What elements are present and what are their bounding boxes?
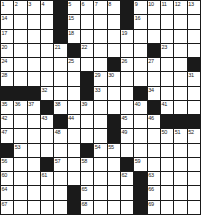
grid-cell[interactable] [108, 201, 120, 214]
grid-cell[interactable]: 8 [108, 1, 120, 14]
black-cell [188, 115, 200, 128]
black-cell [134, 201, 146, 214]
black-cell [81, 87, 93, 100]
grid-cell[interactable] [41, 30, 53, 43]
grid-cell[interactable]: 46 [148, 115, 160, 128]
grid-cell[interactable]: 22 [81, 44, 93, 57]
grid-cell[interactable]: 44 [68, 115, 80, 128]
grid-cell[interactable] [161, 30, 173, 43]
grid-cell[interactable]: 58 [81, 158, 93, 171]
grid-cell[interactable] [134, 129, 146, 142]
grid-cell[interactable]: 12 [174, 1, 186, 14]
grid-cell[interactable] [14, 44, 26, 57]
grid-cell[interactable]: 45 [121, 115, 133, 128]
grid-cell[interactable] [41, 201, 53, 214]
grid-cell[interactable] [134, 44, 146, 57]
grid-cell[interactable] [134, 30, 146, 43]
clue-number: 1 [2, 1, 5, 7]
grid-cell[interactable] [174, 158, 186, 171]
grid-cell[interactable] [174, 101, 186, 114]
grid-cell[interactable] [148, 158, 160, 171]
grid-cell[interactable] [188, 158, 200, 171]
grid-cell[interactable]: 10 [148, 1, 160, 14]
clue-number: 46 [148, 115, 154, 121]
clue-number: 56 [2, 158, 8, 164]
clue-number: 17 [2, 30, 8, 36]
grid-cell[interactable] [28, 158, 40, 171]
grid-cell[interactable] [94, 30, 106, 43]
grid-cell[interactable]: 3 [28, 1, 40, 14]
black-cell [68, 201, 80, 214]
grid-cell[interactable] [81, 15, 93, 28]
black-cell [54, 115, 66, 128]
grid-cell[interactable] [108, 186, 120, 199]
grid-cell[interactable] [174, 30, 186, 43]
grid-cell[interactable] [161, 172, 173, 185]
grid-cell[interactable] [41, 144, 53, 157]
grid-cell[interactable]: 16 [134, 15, 146, 28]
grid-cell[interactable] [94, 15, 106, 28]
clue-number: 62 [121, 172, 127, 178]
clue-number: 14 [2, 15, 8, 21]
grid-cell[interactable] [68, 129, 80, 142]
grid-cell[interactable] [161, 87, 173, 100]
clue-number: 44 [68, 115, 74, 121]
grid-cell[interactable]: 18 [68, 30, 80, 43]
grid-cell[interactable] [94, 44, 106, 57]
grid-cell[interactable]: 49 [121, 129, 133, 142]
grid-cell[interactable] [54, 172, 66, 185]
clue-number: 38 [55, 101, 61, 107]
grid-cell[interactable] [148, 129, 160, 142]
grid-cell[interactable]: 63 [148, 172, 160, 185]
grid-cell[interactable] [28, 30, 40, 43]
grid-cell[interactable] [41, 58, 53, 71]
clue-number: 37 [28, 101, 34, 107]
black-cell [68, 44, 80, 57]
grid-cell[interactable]: 1 [1, 1, 13, 14]
black-cell [174, 115, 186, 128]
grid-cell[interactable] [54, 144, 66, 157]
black-cell [108, 129, 120, 142]
grid-cell[interactable]: 38 [54, 101, 66, 114]
grid-cell[interactable]: 9 [134, 1, 146, 14]
grid-cell[interactable] [174, 58, 186, 71]
clue-number: 28 [2, 72, 8, 78]
grid-cell[interactable] [121, 186, 133, 199]
grid-cell[interactable] [174, 72, 186, 85]
clue-number: 45 [121, 115, 127, 121]
black-cell [81, 144, 93, 157]
clue-number: 58 [81, 158, 87, 164]
grid-cell[interactable] [148, 15, 160, 28]
clue-number: 33 [95, 87, 101, 93]
grid-cell[interactable] [81, 58, 93, 71]
clue-number: 67 [2, 201, 8, 207]
grid-cell[interactable] [108, 87, 120, 100]
grid-cell[interactable] [174, 201, 186, 214]
grid-cell[interactable] [14, 172, 26, 185]
grid-cell[interactable]: 41 [161, 101, 173, 114]
grid-cell[interactable] [174, 144, 186, 157]
grid-cell[interactable] [94, 186, 106, 199]
clue-number: 60 [2, 172, 8, 178]
black-cell [14, 87, 26, 100]
black-cell [108, 115, 120, 128]
black-cell [134, 172, 146, 185]
grid-cell[interactable]: 62 [121, 172, 133, 185]
clue-number: 11 [161, 1, 166, 7]
grid-cell[interactable] [81, 30, 93, 43]
grid-cell[interactable]: 33 [94, 87, 106, 100]
clue-number: 69 [148, 201, 154, 207]
clue-number: 41 [161, 101, 167, 107]
grid-cell[interactable]: 34 [148, 87, 160, 100]
grid-cell[interactable] [188, 15, 200, 28]
grid-cell[interactable] [14, 115, 26, 128]
grid-cell[interactable] [188, 101, 200, 114]
grid-cell[interactable] [188, 30, 200, 43]
grid-cell[interactable] [41, 129, 53, 142]
clue-number: 19 [121, 30, 127, 36]
grid-cell[interactable]: 51 [174, 129, 186, 142]
clue-number: 27 [148, 58, 154, 64]
clue-number: 26 [121, 58, 127, 64]
grid-cell[interactable] [148, 144, 160, 157]
grid-cell[interactable] [188, 201, 200, 214]
grid-cell[interactable]: 20 [1, 44, 13, 57]
grid-cell[interactable]: 4 [41, 1, 53, 14]
grid-cell[interactable] [41, 15, 53, 28]
black-cell [121, 158, 133, 171]
grid-cell[interactable]: 65 [81, 186, 93, 199]
clue-number: 55 [108, 144, 114, 150]
clue-number: 64 [2, 186, 8, 192]
black-cell [148, 44, 160, 57]
black-cell [41, 158, 53, 171]
clue-number: 49 [121, 129, 127, 135]
clue-number: 9 [135, 1, 138, 7]
black-cell [68, 186, 80, 199]
grid-cell[interactable] [81, 129, 93, 142]
grid-cell[interactable]: 35 [1, 101, 13, 114]
grid-cell[interactable] [188, 144, 200, 157]
grid-cell[interactable]: 52 [188, 129, 200, 142]
grid-cell[interactable]: 59 [134, 158, 146, 171]
grid-cell[interactable]: 37 [28, 101, 40, 114]
clue-number: 8 [108, 1, 111, 7]
grid-cell[interactable]: 23 [161, 44, 173, 57]
clue-number: 13 [188, 1, 194, 7]
clue-number: 24 [2, 58, 8, 64]
grid-cell[interactable] [108, 158, 120, 171]
grid-cell[interactable] [108, 30, 120, 43]
grid-cell[interactable] [28, 144, 40, 157]
grid-cell[interactable] [174, 15, 186, 28]
black-cell [54, 1, 66, 14]
grid-cell[interactable]: 32 [41, 87, 53, 100]
grid-cell[interactable]: 29 [94, 72, 106, 85]
grid-cell[interactable] [54, 72, 66, 85]
grid-cell[interactable]: 66 [148, 186, 160, 199]
grid-cell[interactable]: 43 [41, 115, 53, 128]
grid-cell[interactable] [41, 72, 53, 85]
clue-number: 51 [175, 129, 181, 135]
grid-cell[interactable] [28, 186, 40, 199]
grid-cell[interactable] [14, 158, 26, 171]
grid-cell[interactable] [94, 115, 106, 128]
grid-cell[interactable]: 31 [188, 72, 200, 85]
grid-cell[interactable] [121, 201, 133, 214]
black-cell [54, 30, 66, 43]
grid-cell[interactable] [41, 44, 53, 57]
clue-number: 12 [175, 1, 181, 7]
clue-number: 52 [188, 129, 194, 135]
grid-cell[interactable] [14, 186, 26, 199]
clue-number: 21 [55, 44, 61, 50]
grid-cell[interactable]: 39 [81, 101, 93, 114]
grid-cell[interactable] [28, 129, 40, 142]
black-cell [134, 87, 146, 100]
grid-cell[interactable]: 30 [108, 72, 120, 85]
clue-number: 48 [55, 129, 61, 135]
grid-cell[interactable] [188, 186, 200, 199]
grid-cell[interactable]: 57 [54, 158, 66, 171]
grid-cell[interactable] [54, 201, 66, 214]
grid-cell[interactable]: 69 [148, 201, 160, 214]
grid-cell[interactable]: 36 [14, 101, 26, 114]
grid-cell[interactable] [54, 58, 66, 71]
crossword-grid: 1234567891011121314151617181920212223242… [0, 0, 201, 215]
clue-number: 50 [161, 129, 167, 135]
grid-cell[interactable] [28, 15, 40, 28]
crossword-puzzle: 1234567891011121314151617181920212223242… [0, 0, 201, 215]
grid-cell[interactable] [94, 101, 106, 114]
grid-cell[interactable]: 28 [1, 72, 13, 85]
grid-cell[interactable] [14, 201, 26, 214]
clue-number: 53 [15, 144, 21, 150]
grid-cell[interactable] [81, 115, 93, 128]
grid-cell[interactable]: 2 [14, 1, 26, 14]
black-cell [161, 115, 173, 128]
grid-cell[interactable] [54, 186, 66, 199]
grid-cell[interactable] [108, 101, 120, 114]
clue-number: 30 [108, 72, 114, 78]
grid-cell[interactable] [108, 44, 120, 57]
grid-cell[interactable] [68, 144, 80, 157]
black-cell [81, 72, 93, 85]
grid-cell[interactable]: 17 [1, 30, 13, 43]
black-cell [1, 87, 13, 100]
grid-cell[interactable] [134, 144, 146, 157]
grid-cell[interactable] [174, 172, 186, 185]
grid-cell[interactable] [161, 144, 173, 157]
grid-cell[interactable] [28, 58, 40, 71]
clue-number: 68 [81, 201, 87, 207]
grid-cell[interactable] [68, 158, 80, 171]
grid-cell[interactable]: 15 [68, 15, 80, 28]
grid-cell[interactable] [68, 87, 80, 100]
clue-number: 35 [2, 101, 8, 107]
clue-number: 31 [188, 72, 194, 78]
grid-cell[interactable] [134, 115, 146, 128]
clue-number: 63 [148, 172, 154, 178]
grid-cell[interactable] [161, 158, 173, 171]
clue-number: 4 [41, 1, 44, 7]
grid-cell[interactable] [68, 101, 80, 114]
clue-number: 40 [135, 101, 141, 107]
grid-cell[interactable] [28, 115, 40, 128]
grid-cell[interactable] [68, 172, 80, 185]
clue-number: 7 [95, 1, 98, 7]
grid-cell[interactable] [121, 87, 133, 100]
grid-cell[interactable]: 53 [14, 144, 26, 157]
clue-number: 15 [68, 15, 74, 21]
clue-number: 29 [95, 72, 101, 78]
clue-number: 66 [148, 186, 154, 192]
grid-cell[interactable] [28, 72, 40, 85]
grid-cell[interactable]: 25 [68, 58, 80, 71]
clue-number: 3 [28, 1, 31, 7]
grid-cell[interactable] [28, 172, 40, 185]
clue-number: 23 [161, 44, 167, 50]
grid-cell[interactable]: 21 [54, 44, 66, 57]
clue-number: 42 [2, 115, 8, 121]
grid-cell[interactable] [94, 129, 106, 142]
grid-cell[interactable] [121, 72, 133, 85]
grid-cell[interactable]: 54 [94, 144, 106, 157]
grid-cell[interactable]: 6 [81, 1, 93, 14]
black-cell [121, 15, 133, 28]
grid-cell[interactable] [94, 58, 106, 71]
grid-cell[interactable] [14, 129, 26, 142]
clue-number: 57 [55, 158, 61, 164]
grid-cell[interactable] [148, 72, 160, 85]
grid-cell[interactable]: 68 [81, 201, 93, 214]
grid-cell[interactable] [161, 15, 173, 28]
grid-cell[interactable]: 7 [94, 1, 106, 14]
grid-cell[interactable] [188, 172, 200, 185]
grid-cell[interactable] [174, 87, 186, 100]
clue-number: 65 [81, 186, 87, 192]
clue-number: 20 [2, 44, 8, 50]
grid-cell[interactable] [41, 186, 53, 199]
grid-cell[interactable] [81, 172, 93, 185]
grid-cell[interactable] [161, 72, 173, 85]
grid-cell[interactable]: 47 [1, 129, 13, 142]
black-cell [1, 144, 13, 157]
grid-cell[interactable]: 56 [1, 158, 13, 171]
clue-number: 10 [148, 1, 154, 7]
grid-cell[interactable] [68, 72, 80, 85]
grid-cell[interactable]: 61 [41, 172, 53, 185]
clue-number: 34 [148, 87, 154, 93]
black-cell [134, 186, 146, 199]
clue-number: 59 [135, 158, 141, 164]
clue-number: 25 [68, 58, 74, 64]
grid-cell[interactable]: 26 [121, 58, 133, 71]
grid-cell[interactable] [121, 101, 133, 114]
clue-number: 32 [41, 87, 47, 93]
grid-cell[interactable] [174, 44, 186, 57]
grid-cell[interactable] [94, 201, 106, 214]
grid-cell[interactable] [188, 44, 200, 57]
clue-number: 61 [41, 172, 47, 178]
black-cell [108, 58, 120, 71]
grid-cell[interactable] [121, 144, 133, 157]
grid-cell[interactable] [28, 201, 40, 214]
grid-cell[interactable] [94, 158, 106, 171]
grid-cell[interactable] [161, 201, 173, 214]
clue-number: 22 [81, 44, 87, 50]
grid-cell[interactable]: 55 [108, 144, 120, 157]
black-cell [121, 1, 133, 14]
grid-cell[interactable] [14, 58, 26, 71]
black-cell [41, 101, 53, 114]
grid-cell[interactable] [174, 186, 186, 199]
clue-number: 39 [81, 101, 87, 107]
grid-cell[interactable] [148, 30, 160, 43]
grid-cell[interactable] [121, 44, 133, 57]
black-cell [148, 101, 160, 114]
black-cell [54, 15, 66, 28]
clue-number: 6 [81, 1, 84, 7]
grid-cell[interactable] [134, 72, 146, 85]
grid-cell[interactable]: 5 [68, 1, 80, 14]
grid-cell[interactable] [134, 58, 146, 71]
grid-cell[interactable]: 50 [161, 129, 173, 142]
grid-cell[interactable]: 64 [1, 186, 13, 199]
clue-number: 2 [15, 1, 18, 7]
grid-cell[interactable] [108, 172, 120, 185]
grid-cell[interactable]: 19 [121, 30, 133, 43]
grid-cell[interactable] [94, 172, 106, 185]
clue-number: 47 [2, 129, 8, 135]
grid-cell[interactable] [108, 15, 120, 28]
grid-cell[interactable] [14, 30, 26, 43]
grid-cell[interactable]: 24 [1, 58, 13, 71]
grid-cell[interactable]: 13 [188, 1, 200, 14]
grid-cell[interactable]: 27 [148, 58, 160, 71]
grid-cell[interactable] [188, 87, 200, 100]
black-cell [28, 87, 40, 100]
grid-cell[interactable] [54, 87, 66, 100]
grid-cell[interactable] [161, 58, 173, 71]
grid-cell[interactable]: 11 [161, 1, 173, 14]
grid-cell[interactable] [28, 44, 40, 57]
clue-number: 18 [68, 30, 74, 36]
black-cell [188, 58, 200, 71]
clue-number: 36 [15, 101, 21, 107]
grid-cell[interactable]: 67 [1, 201, 13, 214]
grid-cell[interactable] [14, 72, 26, 85]
grid-cell[interactable]: 14 [1, 15, 13, 28]
grid-cell[interactable] [14, 15, 26, 28]
clue-number: 16 [135, 15, 141, 21]
clue-number: 54 [95, 144, 101, 150]
grid-cell[interactable]: 40 [134, 101, 146, 114]
grid-cell[interactable] [161, 186, 173, 199]
grid-cell[interactable]: 60 [1, 172, 13, 185]
clue-number: 43 [41, 115, 47, 121]
grid-cell[interactable]: 42 [1, 115, 13, 128]
clue-number: 5 [68, 1, 71, 7]
grid-cell[interactable]: 48 [54, 129, 66, 142]
